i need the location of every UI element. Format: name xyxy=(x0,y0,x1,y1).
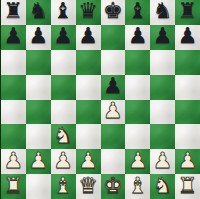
square-g4[interactable] xyxy=(150,100,175,125)
square-a2[interactable]: ♟ xyxy=(1,149,26,174)
square-c3[interactable]: ♞ xyxy=(51,124,76,149)
square-b2[interactable]: ♟ xyxy=(26,149,51,174)
square-h1[interactable]: ♜ xyxy=(175,174,200,199)
square-h3[interactable] xyxy=(175,124,200,149)
black-pawn[interactable]: ♟ xyxy=(103,75,123,97)
square-g2[interactable]: ♟ xyxy=(150,149,175,174)
black-pawn[interactable]: ♟ xyxy=(28,25,48,47)
white-pawn[interactable]: ♟ xyxy=(103,100,123,122)
black-pawn[interactable]: ♟ xyxy=(78,25,98,47)
black-king[interactable]: ♚ xyxy=(103,0,123,22)
black-pawn[interactable]: ♟ xyxy=(153,25,173,47)
square-a8[interactable]: ♜ xyxy=(1,0,26,25)
white-pawn[interactable]: ♟ xyxy=(128,150,148,172)
chess-board: ♜♞♝♛♚♝♞♜♟♟♟♟♟♟♟♟♟♞♟♟♟♟♟♟♟♜♝♛♚♝♞♜ xyxy=(0,0,200,199)
white-pawn[interactable]: ♟ xyxy=(153,150,173,172)
white-queen[interactable]: ♛ xyxy=(78,175,98,197)
square-c2[interactable]: ♟ xyxy=(51,149,76,174)
black-queen[interactable]: ♛ xyxy=(78,0,98,22)
square-d8[interactable]: ♛ xyxy=(76,0,101,25)
square-h7[interactable]: ♟ xyxy=(175,25,200,50)
white-bishop[interactable]: ♝ xyxy=(128,175,148,197)
square-a1[interactable]: ♜ xyxy=(1,174,26,199)
square-d7[interactable]: ♟ xyxy=(76,25,101,50)
square-e2[interactable] xyxy=(101,149,126,174)
square-d5[interactable] xyxy=(76,75,101,100)
square-b7[interactable]: ♟ xyxy=(26,25,51,50)
square-g1[interactable]: ♞ xyxy=(150,174,175,199)
chess-board-container: ♜♞♝♛♚♝♞♜♟♟♟♟♟♟♟♟♟♞♟♟♟♟♟♟♟♜♝♛♚♝♞♜ xyxy=(0,0,200,199)
black-knight[interactable]: ♞ xyxy=(28,0,48,22)
square-d6[interactable] xyxy=(76,50,101,75)
square-g5[interactable] xyxy=(150,75,175,100)
black-rook[interactable]: ♜ xyxy=(4,0,24,22)
white-pawn[interactable]: ♟ xyxy=(178,150,198,172)
black-knight[interactable]: ♞ xyxy=(153,0,173,22)
square-b1[interactable] xyxy=(26,174,51,199)
square-f3[interactable] xyxy=(125,124,150,149)
square-f5[interactable] xyxy=(125,75,150,100)
square-e1[interactable]: ♚ xyxy=(101,174,126,199)
square-c8[interactable]: ♝ xyxy=(51,0,76,25)
square-d3[interactable] xyxy=(76,124,101,149)
square-f1[interactable]: ♝ xyxy=(125,174,150,199)
square-h6[interactable] xyxy=(175,50,200,75)
white-bishop[interactable]: ♝ xyxy=(53,175,73,197)
square-h8[interactable]: ♜ xyxy=(175,0,200,25)
square-b5[interactable] xyxy=(26,75,51,100)
square-f7[interactable]: ♟ xyxy=(125,25,150,50)
square-d1[interactable]: ♛ xyxy=(76,174,101,199)
square-e8[interactable]: ♚ xyxy=(101,0,126,25)
white-pawn[interactable]: ♟ xyxy=(4,150,24,172)
square-e3[interactable] xyxy=(101,124,126,149)
square-c5[interactable] xyxy=(51,75,76,100)
square-e7[interactable] xyxy=(101,25,126,50)
square-e5[interactable]: ♟ xyxy=(101,75,126,100)
square-c6[interactable] xyxy=(51,50,76,75)
black-bishop[interactable]: ♝ xyxy=(53,0,73,22)
square-f8[interactable]: ♝ xyxy=(125,0,150,25)
square-f2[interactable]: ♟ xyxy=(125,149,150,174)
white-pawn[interactable]: ♟ xyxy=(53,150,73,172)
black-pawn[interactable]: ♟ xyxy=(4,25,24,47)
square-b6[interactable] xyxy=(26,50,51,75)
black-rook[interactable]: ♜ xyxy=(178,0,198,22)
square-g3[interactable] xyxy=(150,124,175,149)
square-g8[interactable]: ♞ xyxy=(150,0,175,25)
white-pawn[interactable]: ♟ xyxy=(78,150,98,172)
square-c1[interactable]: ♝ xyxy=(51,174,76,199)
black-pawn[interactable]: ♟ xyxy=(128,25,148,47)
square-g7[interactable]: ♟ xyxy=(150,25,175,50)
square-g6[interactable] xyxy=(150,50,175,75)
white-knight[interactable]: ♞ xyxy=(53,125,73,147)
square-b4[interactable] xyxy=(26,100,51,125)
square-c7[interactable]: ♟ xyxy=(51,25,76,50)
square-e6[interactable] xyxy=(101,50,126,75)
white-knight[interactable]: ♞ xyxy=(153,175,173,197)
square-a7[interactable]: ♟ xyxy=(1,25,26,50)
square-e4[interactable]: ♟ xyxy=(101,100,126,125)
square-f4[interactable] xyxy=(125,100,150,125)
white-pawn[interactable]: ♟ xyxy=(28,150,48,172)
black-pawn[interactable]: ♟ xyxy=(53,25,73,47)
black-pawn[interactable]: ♟ xyxy=(178,25,198,47)
white-king[interactable]: ♚ xyxy=(103,175,123,197)
black-bishop[interactable]: ♝ xyxy=(128,0,148,22)
square-a3[interactable] xyxy=(1,124,26,149)
square-a5[interactable] xyxy=(1,75,26,100)
square-b3[interactable] xyxy=(26,124,51,149)
square-c4[interactable] xyxy=(51,100,76,125)
square-d2[interactable]: ♟ xyxy=(76,149,101,174)
square-h5[interactable] xyxy=(175,75,200,100)
square-b8[interactable]: ♞ xyxy=(26,0,51,25)
square-f6[interactable] xyxy=(125,50,150,75)
square-d4[interactable] xyxy=(76,100,101,125)
square-h4[interactable] xyxy=(175,100,200,125)
white-rook[interactable]: ♜ xyxy=(178,175,198,197)
square-h2[interactable]: ♟ xyxy=(175,149,200,174)
square-a4[interactable] xyxy=(1,100,26,125)
square-a6[interactable] xyxy=(1,50,26,75)
white-rook[interactable]: ♜ xyxy=(4,175,24,197)
